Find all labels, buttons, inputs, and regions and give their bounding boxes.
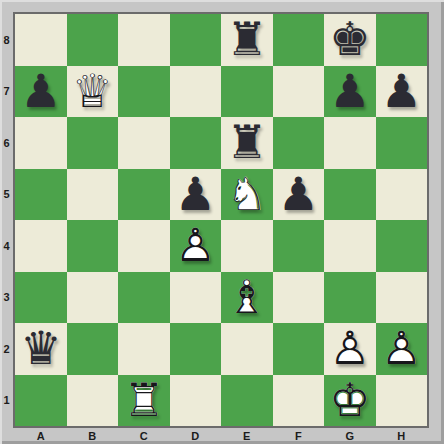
file-label-h: H [376,428,428,443]
square-g5[interactable] [324,169,376,221]
piece-black-king[interactable]: ♚ [324,14,376,66]
file-label-d: D [170,428,222,443]
square-d6[interactable] [170,117,222,169]
square-g7[interactable]: ♟ [324,66,376,118]
black-pawn-glyph: ♟ [170,169,222,221]
file-label-e: E [221,428,273,443]
white-queen-outline: ♕ [67,66,119,118]
square-b7[interactable]: ♛♕ [67,66,119,118]
square-d8[interactable] [170,14,222,66]
square-f5[interactable]: ♟ [273,169,325,221]
piece-black-pawn[interactable]: ♟ [324,66,376,118]
chessboard: ♜♚♟♛♕♟♟♜♟♞♘♟♟♙♝♗♛♟♙♟♙♜♖♚♔ [13,12,429,428]
white-bishop-outline: ♗ [221,272,273,324]
piece-white-knight[interactable]: ♞♘ [221,169,273,221]
square-f8[interactable] [273,14,325,66]
square-f1[interactable] [273,375,325,427]
square-e5[interactable]: ♞♘ [221,169,273,221]
square-f7[interactable] [273,66,325,118]
square-e6[interactable]: ♜ [221,117,273,169]
file-label-b: B [67,428,119,443]
square-a8[interactable] [15,14,67,66]
square-d4[interactable]: ♟♙ [170,220,222,272]
piece-black-pawn[interactable]: ♟ [15,66,67,118]
square-c2[interactable] [118,323,170,375]
square-c4[interactable] [118,220,170,272]
square-d1[interactable] [170,375,222,427]
square-b8[interactable] [67,14,119,66]
square-g8[interactable]: ♚ [324,14,376,66]
square-e1[interactable] [221,375,273,427]
white-pawn-outline: ♙ [170,220,222,272]
square-e2[interactable] [221,323,273,375]
square-f3[interactable] [273,272,325,324]
square-h4[interactable] [376,220,428,272]
square-h6[interactable] [376,117,428,169]
black-rook-glyph: ♜ [221,14,273,66]
square-c7[interactable] [118,66,170,118]
square-a2[interactable]: ♛ [15,323,67,375]
square-e3[interactable]: ♝♗ [221,272,273,324]
piece-black-pawn[interactable]: ♟ [170,169,222,221]
square-a6[interactable] [15,117,67,169]
square-d3[interactable] [170,272,222,324]
piece-white-rook[interactable]: ♜♖ [118,375,170,427]
square-c8[interactable] [118,14,170,66]
piece-white-king[interactable]: ♚♔ [324,375,376,427]
piece-white-pawn[interactable]: ♟♙ [170,220,222,272]
square-b1[interactable] [67,375,119,427]
square-e8[interactable]: ♜ [221,14,273,66]
rank-label-8: 8 [0,14,13,66]
square-g1[interactable]: ♚♔ [324,375,376,427]
white-king-outline: ♔ [324,375,376,427]
black-pawn-glyph: ♟ [324,66,376,118]
square-c3[interactable] [118,272,170,324]
square-d5[interactable]: ♟ [170,169,222,221]
piece-white-bishop[interactable]: ♝♗ [221,272,273,324]
square-h7[interactable]: ♟ [376,66,428,118]
black-rook-glyph: ♜ [221,117,273,169]
square-c6[interactable] [118,117,170,169]
square-a4[interactable] [15,220,67,272]
piece-white-queen[interactable]: ♛♕ [67,66,119,118]
file-label-g: G [324,428,376,443]
piece-white-pawn[interactable]: ♟♙ [376,323,428,375]
square-b4[interactable] [67,220,119,272]
rank-label-1: 1 [0,375,13,427]
black-pawn-glyph: ♟ [376,66,428,118]
square-c5[interactable] [118,169,170,221]
file-label-c: C [118,428,170,443]
white-rook-outline: ♖ [118,375,170,427]
square-f2[interactable] [273,323,325,375]
square-d7[interactable] [170,66,222,118]
square-f6[interactable] [273,117,325,169]
square-a5[interactable] [15,169,67,221]
piece-black-rook[interactable]: ♜ [221,117,273,169]
square-d2[interactable] [170,323,222,375]
rank-label-7: 7 [0,66,13,118]
square-h1[interactable] [376,375,428,427]
white-knight-outline: ♘ [221,169,273,221]
square-b3[interactable] [67,272,119,324]
black-king-glyph: ♚ [324,14,376,66]
rank-label-4: 4 [0,220,13,272]
rank-label-3: 3 [0,272,13,324]
chessboard-frame: ♜♚♟♛♕♟♟♜♟♞♘♟♟♙♝♗♛♟♙♟♙♜♖♚♔ 87654321 ABCDE… [0,0,444,444]
black-pawn-glyph: ♟ [273,169,325,221]
piece-white-pawn[interactable]: ♟♙ [324,323,376,375]
square-e7[interactable] [221,66,273,118]
square-b2[interactable] [67,323,119,375]
square-f4[interactable] [273,220,325,272]
square-g3[interactable] [324,272,376,324]
rank-label-5: 5 [0,169,13,221]
rank-label-6: 6 [0,117,13,169]
square-a3[interactable] [15,272,67,324]
square-e4[interactable] [221,220,273,272]
black-queen-glyph: ♛ [15,323,67,375]
white-pawn-outline: ♙ [376,323,428,375]
square-h3[interactable] [376,272,428,324]
square-h8[interactable] [376,14,428,66]
square-h2[interactable]: ♟♙ [376,323,428,375]
piece-black-queen[interactable]: ♛ [15,323,67,375]
square-g4[interactable] [324,220,376,272]
rank-label-2: 2 [0,323,13,375]
square-a7[interactable]: ♟ [15,66,67,118]
square-g6[interactable] [324,117,376,169]
square-a1[interactable] [15,375,67,427]
square-b5[interactable] [67,169,119,221]
piece-black-rook[interactable]: ♜ [221,14,273,66]
piece-black-pawn[interactable]: ♟ [273,169,325,221]
white-pawn-outline: ♙ [324,323,376,375]
black-pawn-glyph: ♟ [15,66,67,118]
piece-black-pawn[interactable]: ♟ [376,66,428,118]
file-label-f: F [273,428,325,443]
file-label-a: A [15,428,67,443]
square-g2[interactable]: ♟♙ [324,323,376,375]
square-c1[interactable]: ♜♖ [118,375,170,427]
square-b6[interactable] [67,117,119,169]
square-h5[interactable] [376,169,428,221]
